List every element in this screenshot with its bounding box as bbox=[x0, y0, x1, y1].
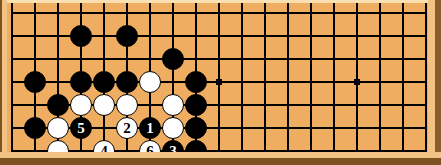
black-stone bbox=[24, 117, 46, 139]
grid-line-vertical bbox=[356, 0, 358, 152]
white-stone bbox=[162, 94, 184, 116]
black-stone bbox=[93, 71, 115, 93]
star-point bbox=[354, 79, 360, 85]
black-stone bbox=[162, 48, 184, 70]
board-right-edge-line bbox=[425, 0, 427, 152]
star-point bbox=[216, 79, 222, 85]
grid-line-horizontal bbox=[11, 12, 427, 14]
grid-line-vertical bbox=[333, 0, 335, 152]
grid-line-vertical bbox=[402, 0, 404, 152]
black-stone-move-5: 5 bbox=[70, 117, 92, 139]
grid-line-vertical bbox=[287, 0, 289, 152]
black-stone bbox=[24, 71, 46, 93]
board-left-edge-line bbox=[11, 0, 13, 152]
black-stone bbox=[116, 71, 138, 93]
board-edge-bevel-left-dark bbox=[0, 0, 2, 165]
white-stone bbox=[47, 117, 69, 139]
board-edge-bevel-left-light bbox=[2, 0, 7, 165]
white-stone bbox=[70, 94, 92, 116]
grid-line-vertical bbox=[379, 0, 381, 152]
grid-line-vertical bbox=[218, 0, 220, 152]
grid-line-vertical bbox=[264, 0, 266, 152]
black-stone-move-1: 1 bbox=[139, 117, 161, 139]
white-stone bbox=[139, 71, 161, 93]
white-stone-move-2: 2 bbox=[116, 117, 138, 139]
black-stone bbox=[185, 94, 207, 116]
board-edge-bevel-top bbox=[0, 0, 441, 3]
black-stone bbox=[70, 71, 92, 93]
go-board-diagram: 521463 bbox=[0, 0, 441, 165]
board-edge-bevel-bottom-dark bbox=[0, 158, 441, 165]
grid-line-horizontal bbox=[11, 58, 427, 60]
white-stone bbox=[162, 117, 184, 139]
white-stone bbox=[93, 94, 115, 116]
white-stone bbox=[116, 94, 138, 116]
grid-line-vertical bbox=[310, 0, 312, 152]
board-edge-bevel-right-light bbox=[428, 0, 435, 165]
grid-line-vertical bbox=[241, 0, 243, 152]
black-stone bbox=[185, 117, 207, 139]
black-stone bbox=[116, 25, 138, 47]
board-edge-bevel-right-dark bbox=[435, 0, 441, 165]
black-stone bbox=[47, 94, 69, 116]
black-stone bbox=[70, 25, 92, 47]
black-stone bbox=[185, 71, 207, 93]
